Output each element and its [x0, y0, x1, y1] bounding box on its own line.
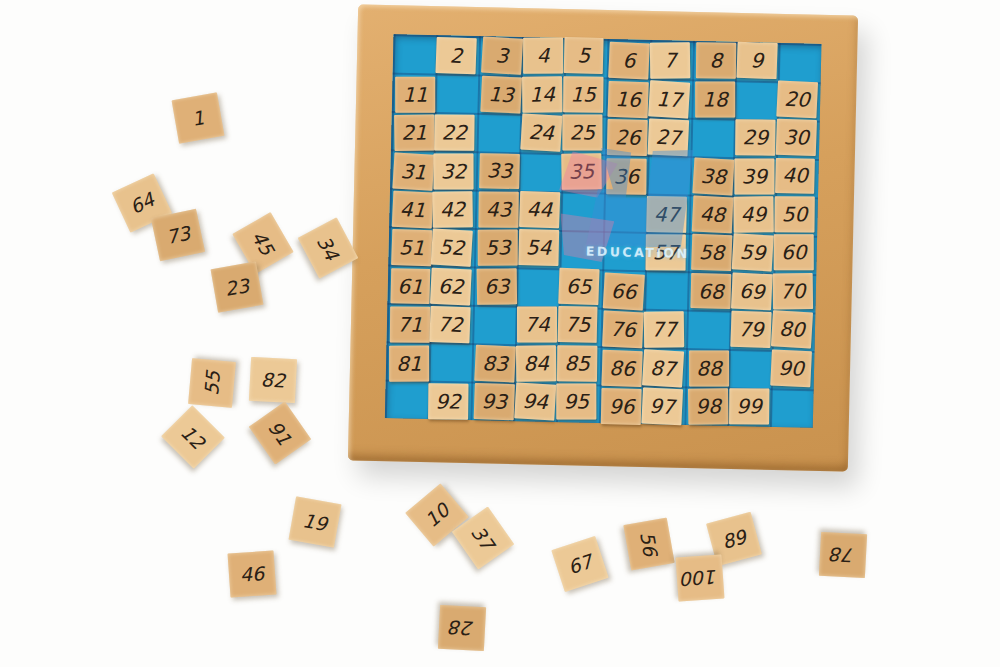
- board-cell: 26: [605, 116, 649, 155]
- number-tile-60[interactable]: 60: [773, 235, 813, 271]
- scene: 2345678911131415161718202122242526272930…: [0, 0, 1000, 667]
- board-cell[interactable]: [603, 193, 647, 232]
- number-tile-21[interactable]: 21: [394, 115, 434, 151]
- board-cell: 59: [731, 234, 775, 273]
- board-cell[interactable]: [559, 230, 603, 269]
- board-cell: 93: [470, 382, 514, 421]
- board-cell[interactable]: [778, 43, 822, 82]
- number-tile-63[interactable]: 63: [477, 268, 517, 304]
- number-tile-57[interactable]: 57: [646, 235, 686, 271]
- number-tile-20[interactable]: 20: [776, 80, 817, 118]
- number-tile-74[interactable]: 74: [517, 307, 557, 343]
- number-tile-67[interactable]: 67: [551, 536, 608, 592]
- number-tile-93[interactable]: 93: [474, 383, 515, 420]
- board-cell: 14: [520, 75, 564, 114]
- board-cell: 60: [773, 235, 817, 274]
- number-tile-56[interactable]: 56: [623, 518, 674, 571]
- board-cell[interactable]: [686, 310, 730, 349]
- board-cell[interactable]: [435, 74, 479, 113]
- board-cell: 35: [561, 153, 605, 192]
- board-cell: 17: [649, 78, 693, 117]
- board-cell: 22: [434, 112, 478, 151]
- number-tile-30[interactable]: 30: [775, 119, 816, 156]
- board-cell: 77: [643, 309, 687, 348]
- number-tile-70[interactable]: 70: [772, 273, 812, 309]
- board-cell: 79: [729, 311, 773, 350]
- board-cell[interactable]: [472, 305, 516, 344]
- number-tile-95[interactable]: 95: [556, 383, 596, 419]
- number-tile-71[interactable]: 71: [389, 307, 429, 343]
- number-tile-40[interactable]: 40: [775, 157, 816, 194]
- board-cell: 84: [514, 344, 558, 383]
- board-cell: 69: [730, 272, 774, 311]
- board-cell: 30: [776, 120, 820, 159]
- board-cell: 65: [559, 268, 603, 307]
- number-tile-50[interactable]: 50: [774, 196, 814, 232]
- number-tile-99[interactable]: 99: [729, 388, 769, 424]
- number-tile-44[interactable]: 44: [519, 191, 560, 228]
- board-cell[interactable]: [560, 192, 604, 231]
- board-cell[interactable]: [728, 349, 772, 388]
- number-tile-82[interactable]: 82: [249, 357, 297, 403]
- number-tile-48[interactable]: 48: [692, 195, 733, 233]
- number-tile-77[interactable]: 77: [644, 311, 684, 347]
- number-tile-51[interactable]: 51: [391, 229, 432, 266]
- board-cell: 4: [521, 37, 565, 76]
- number-tile-28[interactable]: 28: [438, 605, 486, 651]
- board-cell: 6: [607, 39, 651, 78]
- board-cell[interactable]: [690, 118, 734, 157]
- board-cell: 3: [478, 36, 522, 75]
- board-cell: 92: [428, 381, 472, 420]
- number-tile-86[interactable]: 86: [602, 349, 643, 386]
- hundred-board: 2345678911131415161718202122242526272930…: [348, 4, 858, 471]
- board-cell: 71: [387, 303, 431, 342]
- board-cell[interactable]: [429, 342, 473, 381]
- board-cell: 36: [604, 154, 648, 193]
- number-tile-80[interactable]: 80: [771, 310, 813, 348]
- board-cell: 11: [392, 73, 436, 112]
- board-cell: 76: [601, 308, 645, 347]
- number-tile-73[interactable]: 73: [151, 209, 205, 262]
- number-tile-90[interactable]: 90: [770, 349, 811, 387]
- board-cell[interactable]: [385, 380, 429, 419]
- number-tile-81[interactable]: 81: [389, 345, 429, 381]
- board-cell: 40: [775, 158, 819, 197]
- board-cell: 16: [606, 77, 650, 116]
- board-cell: 38: [690, 156, 734, 195]
- number-tile-22[interactable]: 22: [434, 115, 474, 151]
- number-tile-52[interactable]: 52: [431, 229, 473, 267]
- board-cell: 18: [691, 79, 735, 118]
- board-cell: 53: [474, 228, 518, 267]
- number-tile-83[interactable]: 83: [474, 344, 515, 382]
- number-tile-15[interactable]: 15: [563, 76, 603, 112]
- number-tile-16[interactable]: 16: [608, 81, 649, 118]
- board-cell: 52: [431, 227, 475, 266]
- board-cell: 47: [646, 194, 690, 233]
- number-tile-49[interactable]: 49: [733, 196, 773, 232]
- board-cell: 49: [732, 196, 776, 235]
- number-tile-4[interactable]: 4: [523, 38, 563, 74]
- board-cell: 44: [518, 191, 562, 230]
- number-tile-24[interactable]: 24: [520, 114, 562, 152]
- board-cell: 29: [733, 119, 777, 158]
- board-cell: 74: [515, 306, 559, 345]
- board-cell: 54: [517, 229, 561, 268]
- board-cell[interactable]: [602, 231, 646, 270]
- number-tile-27[interactable]: 27: [648, 119, 689, 157]
- number-tile-6[interactable]: 6: [609, 42, 650, 80]
- number-tile-18[interactable]: 18: [695, 81, 735, 117]
- number-tile-8[interactable]: 8: [696, 43, 736, 79]
- board-cell: 8: [692, 41, 736, 80]
- board-cell: 70: [773, 273, 817, 312]
- board-cell[interactable]: [518, 152, 562, 191]
- number-tile-72[interactable]: 72: [430, 306, 471, 343]
- number-tile-33[interactable]: 33: [479, 153, 520, 190]
- board-cell: 13: [477, 75, 521, 114]
- number-tile-26[interactable]: 26: [607, 119, 648, 156]
- board-cell[interactable]: [647, 155, 691, 194]
- number-tile-88[interactable]: 88: [689, 350, 729, 386]
- board-cell: 95: [556, 384, 600, 423]
- number-tile-84[interactable]: 84: [516, 345, 556, 381]
- board-cell: 68: [687, 271, 731, 310]
- board-cell: 33: [476, 151, 520, 190]
- board-cell: 32: [433, 150, 477, 189]
- number-tile-36[interactable]: 36: [607, 158, 647, 194]
- board-cell: 72: [429, 304, 473, 343]
- number-tile-91[interactable]: 91: [249, 402, 311, 465]
- number-tile-35[interactable]: 35: [561, 153, 601, 189]
- number-tile-12[interactable]: 12: [161, 405, 225, 469]
- number-tile-98[interactable]: 98: [688, 388, 728, 424]
- number-tile-3[interactable]: 3: [481, 37, 523, 75]
- board-cell: 21: [391, 111, 435, 150]
- number-tile-54[interactable]: 54: [518, 229, 559, 266]
- number-tile-19[interactable]: 19: [289, 496, 342, 547]
- number-tile-87[interactable]: 87: [642, 349, 684, 387]
- board-cell: 90: [771, 350, 815, 389]
- board-cell: 41: [389, 188, 433, 227]
- board-cell: 48: [689, 195, 733, 234]
- number-tile-65[interactable]: 65: [558, 268, 599, 305]
- number-tile-94[interactable]: 94: [514, 382, 556, 420]
- board-cell[interactable]: [644, 270, 688, 309]
- board-cell: 31: [390, 149, 434, 188]
- board-cell: 66: [601, 269, 645, 308]
- board-cell: 58: [688, 233, 732, 272]
- number-tile-38[interactable]: 38: [693, 157, 735, 195]
- number-tile-23[interactable]: 23: [211, 261, 264, 312]
- number-tile-92[interactable]: 92: [428, 383, 468, 419]
- number-tile-68[interactable]: 68: [691, 273, 732, 310]
- board-cell: 51: [388, 226, 432, 265]
- board-cell: 96: [599, 385, 643, 424]
- board-cell: 9: [735, 42, 779, 81]
- board-cell: 42: [432, 189, 476, 228]
- board-cell[interactable]: [393, 34, 437, 73]
- board-cell: 97: [642, 386, 686, 425]
- number-tile-79[interactable]: 79: [730, 311, 771, 348]
- board-cell: 62: [430, 265, 474, 304]
- number-tile-42[interactable]: 42: [433, 191, 473, 227]
- board-cell: 98: [684, 386, 728, 425]
- board-cell[interactable]: [477, 113, 521, 152]
- number-tile-47[interactable]: 47: [646, 196, 687, 233]
- number-tile-46[interactable]: 46: [228, 550, 277, 597]
- board-cell: 99: [727, 387, 771, 426]
- number-tile-96[interactable]: 96: [601, 388, 642, 425]
- board-cell: 24: [519, 114, 563, 153]
- number-tile-34[interactable]: 34: [298, 217, 358, 278]
- board-cell[interactable]: [770, 388, 814, 427]
- board-cell: 83: [471, 343, 515, 382]
- board-cell: 15: [563, 76, 607, 115]
- number-tile-7[interactable]: 7: [650, 43, 690, 79]
- number-tile-55[interactable]: 55: [188, 358, 236, 408]
- board-cell[interactable]: [516, 267, 560, 306]
- number-tile-25[interactable]: 25: [562, 115, 602, 151]
- board-cell: 85: [557, 345, 601, 384]
- board-cell: 61: [387, 265, 431, 304]
- number-tile-29[interactable]: 29: [735, 119, 775, 155]
- board-cell: 43: [475, 190, 519, 229]
- number-tile-69[interactable]: 69: [731, 272, 772, 310]
- board-cell: 75: [558, 307, 602, 346]
- number-tile-5[interactable]: 5: [563, 37, 604, 74]
- number-tile-66[interactable]: 66: [603, 272, 645, 310]
- board-cell: 50: [774, 196, 818, 235]
- number-tile-32[interactable]: 32: [434, 153, 474, 189]
- number-tile-11[interactable]: 11: [395, 76, 435, 112]
- board-cell: 94: [513, 383, 557, 422]
- board-cell: 88: [685, 348, 729, 387]
- number-tile-43[interactable]: 43: [479, 191, 519, 227]
- board-cell: 81: [386, 341, 430, 380]
- number-tile-13[interactable]: 13: [481, 75, 522, 113]
- number-tile-75[interactable]: 75: [557, 306, 598, 343]
- board-cell: 80: [772, 312, 816, 351]
- board-cell: 86: [600, 346, 644, 385]
- board-cell: 57: [645, 232, 689, 271]
- number-tile-53[interactable]: 53: [478, 230, 518, 266]
- board-cell: 2: [435, 35, 479, 74]
- board-cell: 63: [473, 266, 517, 305]
- hundred-board-grid: 2345678911131415161718202122242526272930…: [385, 34, 822, 428]
- number-tile-61[interactable]: 61: [390, 268, 431, 305]
- board-cell: 87: [642, 347, 686, 386]
- board-cell: 7: [649, 40, 693, 79]
- number-tile-41[interactable]: 41: [391, 191, 432, 229]
- number-tile-58[interactable]: 58: [691, 234, 732, 271]
- number-tile-97[interactable]: 97: [642, 387, 683, 425]
- number-tile-100[interactable]: 100: [676, 554, 725, 601]
- number-tile-14[interactable]: 14: [522, 76, 562, 112]
- number-tile-59[interactable]: 59: [732, 234, 774, 272]
- number-tile-62[interactable]: 62: [430, 267, 471, 305]
- number-tile-78[interactable]: 78: [819, 532, 867, 578]
- number-tile-31[interactable]: 31: [392, 152, 434, 190]
- board-cell[interactable]: [734, 80, 778, 119]
- board-cell: 27: [648, 117, 692, 156]
- number-tile-1[interactable]: 1: [172, 92, 225, 143]
- number-tile-85[interactable]: 85: [557, 345, 597, 381]
- number-tile-9[interactable]: 9: [736, 42, 777, 79]
- board-cell: 5: [564, 38, 608, 77]
- board-cell: 39: [732, 157, 776, 196]
- board-cell: 25: [562, 115, 606, 154]
- number-tile-76[interactable]: 76: [603, 311, 644, 349]
- number-tile-17[interactable]: 17: [648, 80, 690, 118]
- number-tile-39[interactable]: 39: [734, 158, 774, 194]
- board-cell: 20: [777, 81, 821, 120]
- number-tile-2[interactable]: 2: [436, 37, 477, 74]
